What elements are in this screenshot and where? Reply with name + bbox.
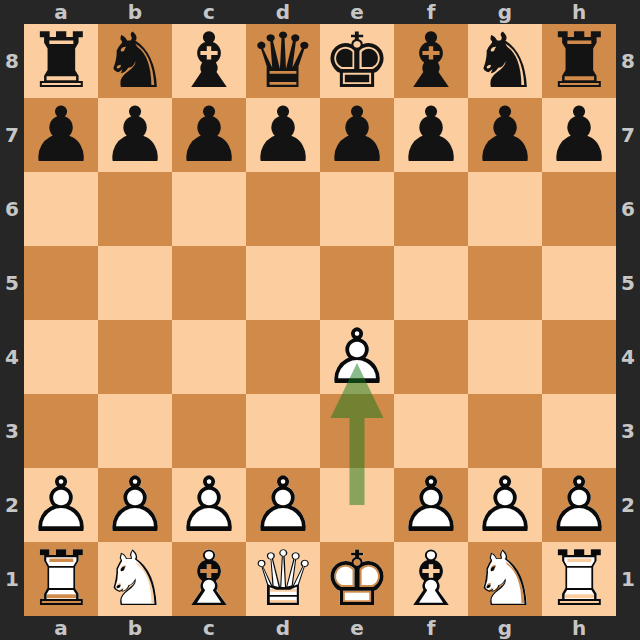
square-g7[interactable]: ♟ — [468, 98, 542, 172]
square-a6[interactable] — [24, 172, 98, 246]
rank-label-4: 4 — [0, 320, 24, 394]
square-d4[interactable] — [246, 320, 320, 394]
piece-outline: ♙ — [320, 320, 394, 394]
rank-label-6: 6 — [0, 172, 24, 246]
square-d1[interactable]: ♛♕ — [246, 542, 320, 616]
piece-outline: ♘ — [468, 542, 542, 616]
piece-fill: ♛ — [246, 24, 320, 98]
square-a2[interactable]: ♟♙ — [24, 468, 98, 542]
rank-label-7: 7 — [0, 98, 24, 172]
square-h3[interactable] — [542, 394, 616, 468]
white-pawn[interactable]: ♟♙ — [246, 468, 320, 542]
rank-label-5: 5 — [0, 246, 24, 320]
chess-app-frame: abcdefgh abcdefgh 87654321 87654321 ♜♞♝♛… — [0, 0, 640, 640]
white-rook[interactable]: ♜♖ — [24, 542, 98, 616]
piece-outline: ♕ — [246, 542, 320, 616]
rank-label-2: 2 — [0, 468, 24, 542]
piece-outline: ♙ — [172, 468, 246, 542]
square-g5[interactable] — [468, 246, 542, 320]
chess-board[interactable]: ♜♞♝♛♚♝♞♜♟♟♟♟♟♟♟♟♟♙♟♙♟♙♟♙♟♙♟♙♟♙♟♙♜♖♞♘♝♗♛♕… — [24, 24, 616, 616]
rank-label-2: 2 — [616, 468, 640, 542]
square-d8[interactable]: ♛ — [246, 24, 320, 98]
white-pawn[interactable]: ♟♙ — [394, 468, 468, 542]
square-d6[interactable] — [246, 172, 320, 246]
piece-fill: ♝ — [394, 24, 468, 98]
black-pawn[interactable]: ♟ — [542, 98, 616, 172]
black-pawn[interactable]: ♟ — [172, 98, 246, 172]
black-pawn[interactable]: ♟ — [98, 98, 172, 172]
piece-outline: ♗ — [172, 542, 246, 616]
square-f2[interactable]: ♟♙ — [394, 468, 468, 542]
square-f3[interactable] — [394, 394, 468, 468]
piece-fill: ♞ — [98, 24, 172, 98]
rank-label-5: 5 — [616, 246, 640, 320]
white-pawn[interactable]: ♟♙ — [542, 468, 616, 542]
white-queen[interactable]: ♛♕ — [246, 542, 320, 616]
piece-outline: ♙ — [468, 468, 542, 542]
black-pawn[interactable]: ♟ — [394, 98, 468, 172]
rank-label-4: 4 — [616, 320, 640, 394]
white-knight[interactable]: ♞♘ — [468, 542, 542, 616]
square-a4[interactable] — [24, 320, 98, 394]
square-g8[interactable]: ♞ — [468, 24, 542, 98]
square-b1[interactable]: ♞♘ — [98, 542, 172, 616]
piece-fill: ♟ — [246, 98, 320, 172]
white-pawn[interactable]: ♟♙ — [320, 320, 394, 394]
black-pawn[interactable]: ♟ — [24, 98, 98, 172]
square-f8[interactable]: ♝ — [394, 24, 468, 98]
square-c2[interactable]: ♟♙ — [172, 468, 246, 542]
piece-outline: ♖ — [24, 542, 98, 616]
square-e7[interactable]: ♟ — [320, 98, 394, 172]
piece-outline: ♔ — [320, 542, 394, 616]
square-f7[interactable]: ♟ — [394, 98, 468, 172]
rank-label-6: 6 — [616, 172, 640, 246]
square-d2[interactable]: ♟♙ — [246, 468, 320, 542]
square-h6[interactable] — [542, 172, 616, 246]
rank-label-3: 3 — [0, 394, 24, 468]
rank-label-8: 8 — [616, 24, 640, 98]
square-e6[interactable] — [320, 172, 394, 246]
square-e1[interactable]: ♚♔ — [320, 542, 394, 616]
piece-fill: ♟ — [542, 98, 616, 172]
square-b8[interactable]: ♞ — [98, 24, 172, 98]
square-h8[interactable]: ♜ — [542, 24, 616, 98]
square-b2[interactable]: ♟♙ — [98, 468, 172, 542]
piece-fill: ♚ — [320, 24, 394, 98]
square-d5[interactable] — [246, 246, 320, 320]
square-c4[interactable] — [172, 320, 246, 394]
piece-outline: ♗ — [394, 542, 468, 616]
piece-fill: ♟ — [468, 98, 542, 172]
square-c7[interactable]: ♟ — [172, 98, 246, 172]
black-bishop[interactable]: ♝ — [172, 24, 246, 98]
square-d7[interactable]: ♟ — [246, 98, 320, 172]
square-b6[interactable] — [98, 172, 172, 246]
square-b4[interactable] — [98, 320, 172, 394]
square-h4[interactable] — [542, 320, 616, 394]
square-d3[interactable] — [246, 394, 320, 468]
white-pawn[interactable]: ♟♙ — [24, 468, 98, 542]
square-b3[interactable] — [98, 394, 172, 468]
black-rook[interactable]: ♜ — [24, 24, 98, 98]
black-rook[interactable]: ♜ — [542, 24, 616, 98]
white-rook[interactable]: ♜♖ — [542, 542, 616, 616]
piece-fill: ♟ — [172, 98, 246, 172]
square-c6[interactable] — [172, 172, 246, 246]
square-e4[interactable]: ♟♙ — [320, 320, 394, 394]
piece-outline: ♙ — [246, 468, 320, 542]
black-knight[interactable]: ♞ — [468, 24, 542, 98]
black-pawn[interactable]: ♟ — [468, 98, 542, 172]
rank-label-1: 1 — [0, 542, 24, 616]
square-g3[interactable] — [468, 394, 542, 468]
square-a1[interactable]: ♜♖ — [24, 542, 98, 616]
rank-label-3: 3 — [616, 394, 640, 468]
piece-outline: ♙ — [394, 468, 468, 542]
black-bishop[interactable]: ♝ — [394, 24, 468, 98]
white-pawn[interactable]: ♟♙ — [172, 468, 246, 542]
square-h1[interactable]: ♜♖ — [542, 542, 616, 616]
square-a8[interactable]: ♜ — [24, 24, 98, 98]
square-e3[interactable] — [320, 394, 394, 468]
square-a7[interactable]: ♟ — [24, 98, 98, 172]
square-c5[interactable] — [172, 246, 246, 320]
square-a3[interactable] — [24, 394, 98, 468]
square-g1[interactable]: ♞♘ — [468, 542, 542, 616]
white-king[interactable]: ♚♔ — [320, 542, 394, 616]
black-knight[interactable]: ♞ — [98, 24, 172, 98]
square-g2[interactable]: ♟♙ — [468, 468, 542, 542]
square-f5[interactable] — [394, 246, 468, 320]
square-g6[interactable] — [468, 172, 542, 246]
rank-label-1: 1 — [616, 542, 640, 616]
square-h5[interactable] — [542, 246, 616, 320]
piece-outline: ♙ — [24, 468, 98, 542]
square-e5[interactable] — [320, 246, 394, 320]
white-pawn[interactable]: ♟♙ — [468, 468, 542, 542]
piece-outline: ♙ — [542, 468, 616, 542]
piece-fill: ♟ — [98, 98, 172, 172]
square-f6[interactable] — [394, 172, 468, 246]
square-b5[interactable] — [98, 246, 172, 320]
black-pawn[interactable]: ♟ — [320, 98, 394, 172]
piece-fill: ♜ — [24, 24, 98, 98]
piece-fill: ♜ — [542, 24, 616, 98]
black-pawn[interactable]: ♟ — [246, 98, 320, 172]
square-c1[interactable]: ♝♗ — [172, 542, 246, 616]
square-g4[interactable] — [468, 320, 542, 394]
white-bishop[interactable]: ♝♗ — [394, 542, 468, 616]
square-a5[interactable] — [24, 246, 98, 320]
white-pawn[interactable]: ♟♙ — [98, 468, 172, 542]
piece-fill: ♟ — [320, 98, 394, 172]
piece-outline: ♙ — [98, 468, 172, 542]
black-king[interactable]: ♚ — [320, 24, 394, 98]
square-c8[interactable]: ♝ — [172, 24, 246, 98]
square-h2[interactable]: ♟♙ — [542, 468, 616, 542]
square-e8[interactable]: ♚ — [320, 24, 394, 98]
square-f4[interactable] — [394, 320, 468, 394]
square-e2[interactable] — [320, 468, 394, 542]
black-queen[interactable]: ♛ — [246, 24, 320, 98]
rank-label-8: 8 — [0, 24, 24, 98]
square-b7[interactable]: ♟ — [98, 98, 172, 172]
white-bishop[interactable]: ♝♗ — [172, 542, 246, 616]
square-f1[interactable]: ♝♗ — [394, 542, 468, 616]
piece-fill: ♝ — [172, 24, 246, 98]
square-h7[interactable]: ♟ — [542, 98, 616, 172]
piece-outline: ♖ — [542, 542, 616, 616]
rank-labels-left: 87654321 — [0, 24, 24, 616]
piece-fill: ♞ — [468, 24, 542, 98]
rank-label-7: 7 — [616, 98, 640, 172]
piece-fill: ♟ — [24, 98, 98, 172]
white-knight[interactable]: ♞♘ — [98, 542, 172, 616]
piece-outline: ♘ — [98, 542, 172, 616]
square-c3[interactable] — [172, 394, 246, 468]
rank-labels-right: 87654321 — [616, 24, 640, 616]
piece-fill: ♟ — [394, 98, 468, 172]
